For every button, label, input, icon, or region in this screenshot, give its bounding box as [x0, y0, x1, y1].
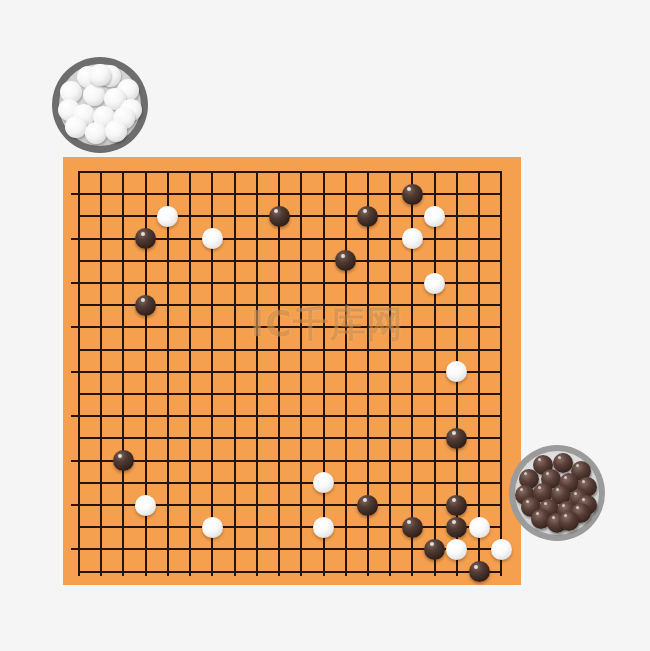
- white-stone[interactable]: [446, 361, 467, 382]
- white-stone[interactable]: [424, 273, 445, 294]
- black-stone[interactable]: [424, 539, 445, 560]
- white-stones-bowl: [52, 57, 148, 153]
- white-bowl-stone: [105, 120, 127, 142]
- black-stone[interactable]: [469, 561, 490, 582]
- white-stone[interactable]: [402, 228, 423, 249]
- black-stone[interactable]: [335, 250, 356, 271]
- white-stone[interactable]: [446, 539, 467, 560]
- black-bowl-stone: [559, 511, 579, 531]
- black-stone[interactable]: [113, 450, 134, 471]
- black-stone[interactable]: [402, 184, 423, 205]
- white-stone[interactable]: [469, 517, 490, 538]
- illustration-canvas: IC千库网: [0, 0, 650, 651]
- white-stone[interactable]: [202, 517, 223, 538]
- white-bowl-stone: [65, 116, 87, 138]
- white-stone[interactable]: [202, 228, 223, 249]
- black-stone[interactable]: [402, 517, 423, 538]
- black-stone[interactable]: [446, 428, 467, 449]
- white-stone[interactable]: [424, 206, 445, 227]
- black-stone[interactable]: [446, 495, 467, 516]
- white-bowl-stones: [52, 57, 148, 153]
- white-stone[interactable]: [313, 517, 334, 538]
- black-stone[interactable]: [135, 228, 156, 249]
- black-stone[interactable]: [269, 206, 290, 227]
- black-stone[interactable]: [446, 517, 467, 538]
- white-stone[interactable]: [313, 472, 334, 493]
- board-stones: [63, 157, 521, 585]
- black-bowl-stones: [509, 445, 605, 541]
- white-bowl-stone: [83, 84, 105, 106]
- black-stone[interactable]: [357, 495, 378, 516]
- black-stone[interactable]: [357, 206, 378, 227]
- white-stone[interactable]: [491, 539, 512, 560]
- go-board: IC千库网: [63, 157, 521, 585]
- black-stone[interactable]: [135, 295, 156, 316]
- white-stone[interactable]: [135, 495, 156, 516]
- black-stones-bowl: [509, 445, 605, 541]
- white-bowl-stone: [85, 122, 107, 144]
- white-bowl-stone: [89, 64, 111, 86]
- white-stone[interactable]: [157, 206, 178, 227]
